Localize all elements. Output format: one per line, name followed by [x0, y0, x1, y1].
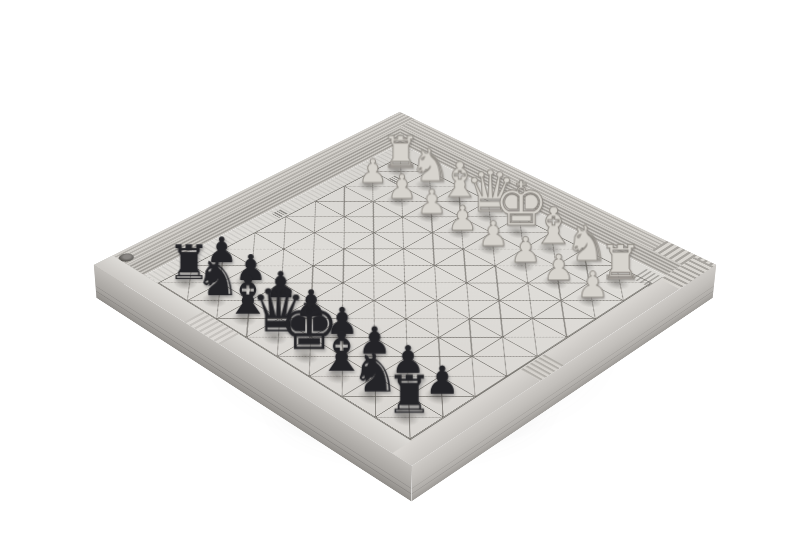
square-g5 [439, 319, 503, 357]
square-c3 [373, 217, 432, 249]
square-d5 [343, 266, 405, 301]
product-photo: ♜♞♝♛♚♝♞♜♟♟♟♟♟♟♟♟♟♟♟♟♟♟♟♟♜♞♝♛♚♝♞♜ [0, 0, 800, 533]
piece-white-pawn: ♟ [478, 217, 509, 252]
piece-white-pawn: ♟ [542, 250, 574, 286]
square-e5 [374, 283, 436, 319]
piece-white-pawn: ♟ [358, 156, 388, 189]
piece-shadow [348, 175, 391, 198]
inner-wall-striated-far-left [128, 127, 400, 283]
square-g3 [499, 283, 561, 319]
square-g4 [469, 301, 532, 338]
piece-shadow [406, 205, 450, 229]
square-f3 [466, 266, 528, 301]
piece-shadow [531, 270, 578, 296]
piece-white-pawn: ♟ [416, 186, 446, 220]
piece-shadow [377, 190, 421, 213]
piece-shadow [467, 236, 512, 261]
square-b3 [344, 202, 402, 233]
piece-white-pawn: ♟ [576, 267, 609, 303]
square-c4 [344, 233, 404, 266]
square-c5 [313, 249, 374, 283]
square-f4 [437, 283, 499, 319]
piece-white-pawn: ♟ [447, 201, 478, 235]
piece-shadow [565, 287, 612, 314]
piece-white-pawn: ♟ [387, 170, 417, 204]
square-a3 [315, 186, 373, 217]
piece-shadow [436, 220, 481, 244]
piece-white-rook: ♜ [599, 238, 642, 286]
square-a4 [286, 202, 344, 233]
square-e4 [405, 266, 467, 301]
piece-white-pawn: ♟ [510, 233, 542, 268]
square-a5 [255, 217, 314, 249]
square-f5 [406, 301, 469, 338]
piece-shadow [499, 253, 545, 279]
square-d4 [374, 249, 435, 283]
piece-black-rook: ♜ [386, 368, 433, 421]
square-b4 [314, 217, 373, 249]
floor-stair-incision-b [270, 210, 287, 219]
square-e3 [435, 249, 496, 283]
square-d3 [404, 233, 464, 266]
square-b5 [284, 233, 344, 266]
